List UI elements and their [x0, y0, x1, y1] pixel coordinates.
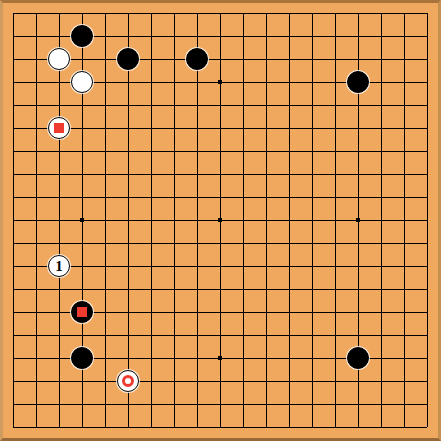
stone-black-F17 [117, 48, 139, 70]
stone-white-D16 [71, 71, 93, 93]
stone-black-D6 [71, 301, 93, 323]
stone-black-D4 [71, 347, 93, 369]
go-board: 1 [0, 0, 441, 441]
stone-black-D18 [71, 25, 93, 47]
stone-black-Q16 [347, 71, 369, 93]
stone-black-J17 [186, 48, 208, 70]
move-number-label: 1 [55, 258, 63, 273]
stone-grid: 1 [2, 2, 439, 439]
stone-white-C8: 1 [48, 255, 70, 277]
stone-black-Q4 [347, 347, 369, 369]
stone-white-C17 [48, 48, 70, 70]
stone-white-C14 [48, 117, 70, 139]
square-mark [54, 123, 64, 133]
circle-mark [122, 375, 134, 387]
stone-white-F3 [117, 370, 139, 392]
square-mark [77, 307, 87, 317]
